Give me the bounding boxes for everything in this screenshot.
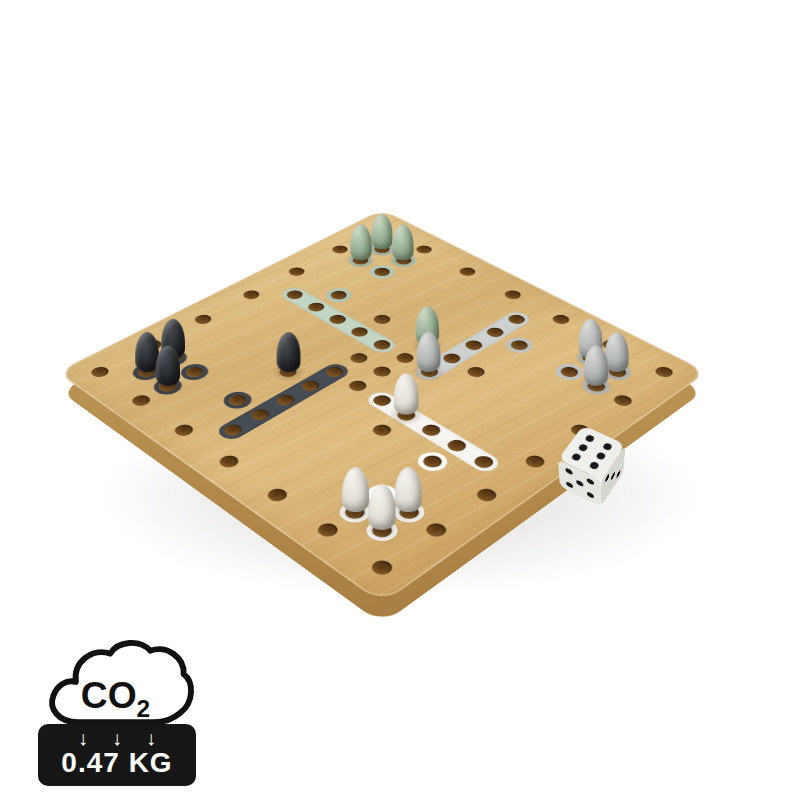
ringed-hole xyxy=(182,365,206,379)
die-pip xyxy=(576,479,583,487)
green-peg[interactable] xyxy=(350,225,372,261)
ringed-hole xyxy=(508,338,531,351)
die-cube xyxy=(571,442,614,489)
die-pip xyxy=(595,451,606,460)
board-hole xyxy=(330,244,351,255)
board-cell xyxy=(640,358,687,386)
die-pip xyxy=(567,481,574,489)
co2-badge: CO2 ↓↓↓ 0.47 KG xyxy=(38,636,200,786)
board-hole xyxy=(652,365,676,379)
ringed-hole xyxy=(558,365,582,379)
board-hole xyxy=(413,244,434,255)
ringed-hole xyxy=(327,289,349,301)
board-hole xyxy=(240,289,262,301)
die-pip xyxy=(578,443,589,452)
board-hole xyxy=(264,486,291,504)
board-hole xyxy=(393,352,417,366)
board-hole xyxy=(129,393,154,408)
white-peg[interactable] xyxy=(342,467,369,512)
white-peg[interactable] xyxy=(394,373,419,415)
board-hole xyxy=(192,313,215,326)
board-hole xyxy=(369,422,394,438)
die-pip xyxy=(611,471,615,481)
die-pip xyxy=(585,434,596,443)
board-hole xyxy=(347,352,371,366)
grey-peg[interactable] xyxy=(605,332,629,372)
board-hole xyxy=(505,313,528,326)
white-peg[interactable] xyxy=(395,467,422,512)
down-arrow-icon: ↓ xyxy=(146,728,156,748)
board-hole xyxy=(549,313,572,326)
board-hole xyxy=(370,365,394,379)
board-cell xyxy=(509,446,560,478)
die-pip xyxy=(588,461,599,470)
ringed-hole xyxy=(225,393,250,408)
board-hole xyxy=(611,393,636,408)
board-hole xyxy=(346,379,370,393)
board-cell xyxy=(204,446,255,478)
board-hole xyxy=(422,521,450,540)
board-hole xyxy=(456,266,478,278)
board-cell xyxy=(181,307,226,332)
co2-cloud-icon: CO2 xyxy=(40,636,198,732)
scene: CO2 ↓↓↓ 0.47 KG xyxy=(0,0,800,800)
die[interactable] xyxy=(568,442,616,490)
down-arrows-icon: ↓↓↓ xyxy=(38,728,196,748)
board-cell xyxy=(229,283,273,307)
co2-weight-value: 0.47 KG xyxy=(38,748,196,778)
ringed-hole xyxy=(371,266,393,278)
ringed-hole xyxy=(420,453,446,470)
down-arrow-icon: ↓ xyxy=(112,728,122,748)
die-pip xyxy=(617,469,621,479)
board-hole xyxy=(502,289,524,301)
board-hole xyxy=(473,486,500,504)
die-pip xyxy=(605,473,609,484)
board-hole xyxy=(326,313,349,326)
board-hole xyxy=(88,365,112,379)
die-pip xyxy=(602,442,613,451)
board-hole xyxy=(522,453,548,470)
die-pip xyxy=(571,453,582,462)
board-cell xyxy=(599,386,647,415)
board-cell xyxy=(446,260,489,283)
die-pip xyxy=(586,478,593,486)
green-peg[interactable] xyxy=(392,225,414,261)
board-hole xyxy=(314,521,342,540)
black-peg[interactable] xyxy=(156,345,180,386)
green-peg[interactable] xyxy=(371,214,392,250)
board-hole xyxy=(368,558,396,578)
board-cell xyxy=(159,415,208,446)
board-cell xyxy=(460,478,512,512)
board-hole xyxy=(464,365,488,379)
board-hole xyxy=(371,313,394,326)
board-cell xyxy=(77,358,124,386)
board-cell xyxy=(117,386,165,415)
die-pip xyxy=(586,491,593,499)
board-cell xyxy=(539,307,584,332)
board-hole xyxy=(216,453,242,470)
board-cell xyxy=(275,260,318,283)
board-hole xyxy=(286,266,308,278)
black-peg[interactable] xyxy=(276,332,300,372)
board-cell xyxy=(251,478,303,512)
board-cell xyxy=(491,283,535,307)
co2-weight-panel: ↓↓↓ 0.47 KG xyxy=(38,724,196,786)
die-pip xyxy=(566,468,573,476)
board-hole xyxy=(171,422,196,438)
down-arrow-icon: ↓ xyxy=(78,728,88,748)
board-cell xyxy=(354,549,409,587)
